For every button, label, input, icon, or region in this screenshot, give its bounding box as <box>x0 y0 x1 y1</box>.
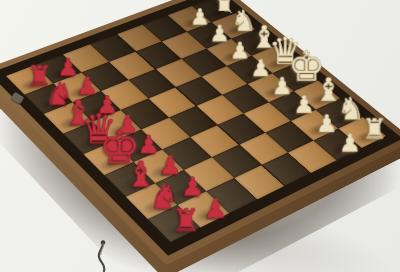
ivory-pawn: ♟ <box>250 57 271 80</box>
red-pawn: ♟ <box>204 196 228 222</box>
ivory-pawn: ♟ <box>316 112 338 136</box>
red-pawn: ♟ <box>159 153 182 179</box>
red-pawn: ♟ <box>181 174 204 200</box>
ivory-pawn: ♟ <box>272 75 293 99</box>
red-rook: ♜ <box>172 205 200 236</box>
ivory-pawn: ♟ <box>230 39 251 62</box>
ivory-pawn: ♟ <box>210 23 230 46</box>
ivory-pawn: ♟ <box>190 6 210 28</box>
board-scene: ♜♟♟♜♞♟♟♞♝♟♟♝♛♟♟♛♚♟♟♚♝♟♟♝♞♟♟♞♜♟♟♜ <box>0 0 400 272</box>
photo-background: ♜♟♟♜♞♟♟♞♝♟♟♝♛♟♟♛♚♟♟♚♝♟♟♝♞♟♟♞♜♟♟♜ <box>0 0 400 272</box>
ivory-rook: ♜ <box>362 115 387 143</box>
board-outer-wood-frame: ♜♟♟♜♞♟♟♞♝♟♟♝♛♟♟♛♚♟♟♚♝♟♟♝♞♟♟♞♜♟♟♜ <box>0 0 400 265</box>
ivory-pawn: ♟ <box>339 131 361 156</box>
clasp-hook-icon <box>94 240 112 272</box>
ivory-pawn: ♟ <box>294 93 315 117</box>
